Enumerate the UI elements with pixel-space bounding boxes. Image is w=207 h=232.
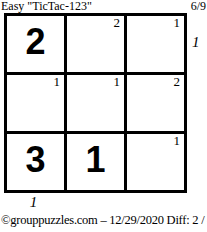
corner-clue: 2 <box>114 16 121 30</box>
cell-r1c2[interactable]: 2 <box>67 16 124 72</box>
tictac123-board: 2 2 1 1 1 2 3 1 1 <box>4 13 187 193</box>
cell-r2c1[interactable]: 1 <box>7 75 64 131</box>
puzzle-counter: 6/9 <box>191 0 206 13</box>
puzzle-title: Easy "TicTac-123" <box>1 0 92 13</box>
corner-clue: 1 <box>174 134 181 148</box>
cell-r3c1[interactable]: 3 <box>7 134 64 190</box>
cell-r2c3[interactable]: 2 <box>127 75 184 131</box>
row1-right-marker: 1 <box>192 35 200 50</box>
big-digit: 1 <box>85 142 105 178</box>
corner-clue: 1 <box>174 16 181 30</box>
corner-clue: 2 <box>174 75 181 89</box>
corner-clue: 1 <box>54 75 61 89</box>
cell-r3c3[interactable]: 1 <box>127 134 184 190</box>
cell-r1c3[interactable]: 1 <box>127 16 184 72</box>
copyright-footer: ©grouppuzzles.com – 12/29/2020 Diff: 2 /… <box>1 213 207 228</box>
corner-clue: 1 <box>114 75 121 89</box>
cell-r1c1[interactable]: 2 <box>7 16 64 72</box>
big-digit: 2 <box>25 24 45 60</box>
big-digit: 3 <box>25 142 45 178</box>
cell-r2c2[interactable]: 1 <box>67 75 124 131</box>
col1-bottom-marker: 1 <box>27 195 40 210</box>
cell-r3c2[interactable]: 1 <box>67 134 124 190</box>
